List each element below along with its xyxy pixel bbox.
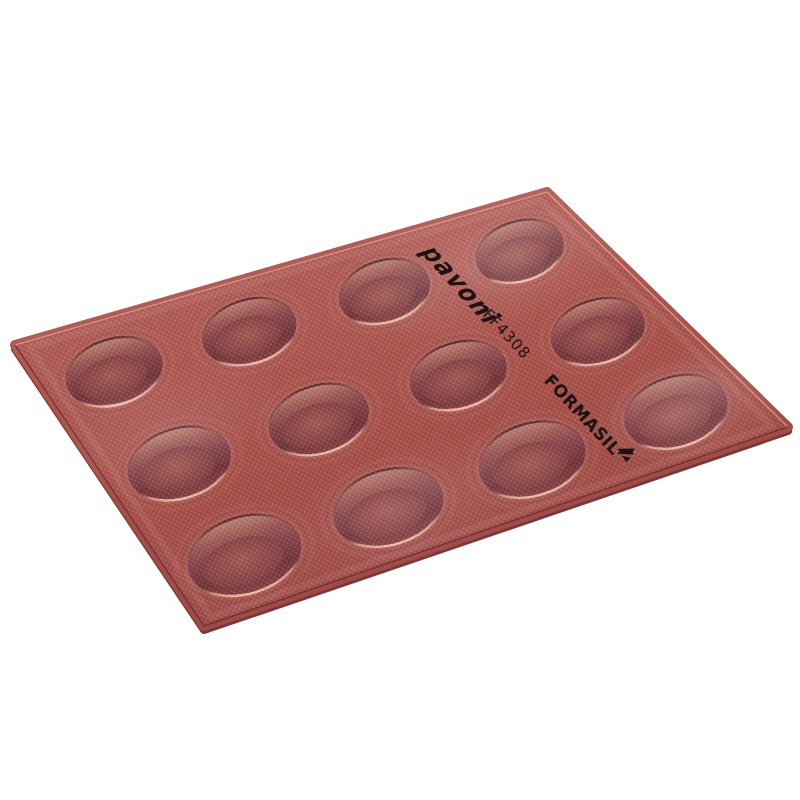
mould-scene: pavoni FF4308 FORMASIL [0, 0, 800, 800]
product-photo: pavoni FF4308 FORMASIL [0, 0, 800, 800]
